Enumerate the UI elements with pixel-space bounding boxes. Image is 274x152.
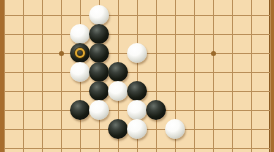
grid-horizontal-line	[4, 34, 271, 35]
stone-white[interactable]	[89, 5, 109, 25]
stone-black[interactable]	[89, 43, 109, 63]
stone-white[interactable]	[127, 43, 147, 63]
stone-white[interactable]	[127, 100, 147, 120]
last-move-marker-icon	[75, 48, 85, 58]
grid-horizontal-line	[4, 148, 271, 149]
stone-white[interactable]	[70, 24, 90, 44]
stone-black[interactable]	[70, 43, 90, 63]
stone-black[interactable]	[70, 100, 90, 120]
stone-white[interactable]	[89, 100, 109, 120]
stone-black[interactable]	[89, 62, 109, 82]
grid-horizontal-line	[4, 72, 271, 73]
grid-horizontal-line	[4, 15, 271, 16]
stone-white[interactable]	[127, 119, 147, 139]
star-point	[59, 51, 64, 56]
gomoku-board[interactable]	[0, 0, 274, 152]
stone-white[interactable]	[70, 62, 90, 82]
star-point	[211, 51, 216, 56]
stone-black[interactable]	[108, 62, 128, 82]
stone-black[interactable]	[108, 119, 128, 139]
stone-white[interactable]	[108, 81, 128, 101]
stone-black[interactable]	[89, 81, 109, 101]
stone-black[interactable]	[89, 24, 109, 44]
stone-white[interactable]	[165, 119, 185, 139]
stone-black[interactable]	[127, 81, 147, 101]
stone-black[interactable]	[146, 100, 166, 120]
